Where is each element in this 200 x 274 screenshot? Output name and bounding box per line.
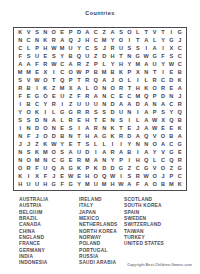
grid-cell: R xyxy=(117,85,125,93)
grid-cell: P xyxy=(66,77,74,85)
grid-cell: W xyxy=(142,53,150,61)
grid-cell: K xyxy=(16,29,24,37)
grid-cell: U xyxy=(117,109,125,117)
grid-cell: C xyxy=(176,173,184,181)
grid-cell: J xyxy=(134,125,142,133)
grid-cell: U xyxy=(150,61,158,69)
grid-cell: B xyxy=(24,85,32,93)
grid-cell: R xyxy=(75,109,83,117)
grid-cell: F xyxy=(33,61,41,69)
grid-cell: G xyxy=(66,165,74,173)
grid-cell: J xyxy=(16,141,24,149)
grid-cell: T xyxy=(150,69,158,77)
grid-cell: I xyxy=(159,69,167,77)
grid-cell: X xyxy=(167,45,175,53)
grid-cell: I xyxy=(50,69,58,77)
grid-cell: Y xyxy=(58,53,66,61)
grid-cell: T xyxy=(117,125,125,133)
grid-cell: O xyxy=(50,149,58,157)
grid-cell: F xyxy=(16,53,24,61)
grid-cell: Q xyxy=(58,77,66,85)
letter-grid: KVSNOEPDACZASOLTVTIGNCNKRAQJHCMYOITALYGJ… xyxy=(14,28,186,190)
grid-cell: L xyxy=(134,117,142,125)
grid-cell: D xyxy=(100,165,108,173)
grid-cell: I xyxy=(125,37,133,45)
grid-cell: N xyxy=(150,101,158,109)
grid-cell: W xyxy=(150,125,158,133)
grid-cell: I xyxy=(41,109,49,117)
grid-cell: U xyxy=(83,53,91,61)
grid-cell: R xyxy=(83,109,91,117)
grid-cell: F xyxy=(75,93,83,101)
grid-cell: O xyxy=(41,77,49,85)
grid-cell: A xyxy=(176,85,184,93)
grid-cell: C xyxy=(125,93,133,101)
grid-cell: L xyxy=(24,45,32,53)
grid-cell: M xyxy=(58,45,66,53)
grid-cell: T xyxy=(134,37,142,45)
grid-cell: O xyxy=(41,125,49,133)
grid-cell: G xyxy=(142,165,150,173)
grid-cell: E xyxy=(50,93,58,101)
grid-cell: C xyxy=(134,165,142,173)
grid-cell: P xyxy=(83,69,91,77)
grid-cell: K xyxy=(41,37,49,45)
grid-cell: I xyxy=(125,157,133,165)
grid-cell: W xyxy=(142,173,150,181)
grid-cell: T xyxy=(142,29,150,37)
grid-cell: A xyxy=(142,61,150,69)
grid-cell: M xyxy=(134,93,142,101)
grid-cell: H xyxy=(108,53,116,61)
grid-cell: E xyxy=(117,93,125,101)
grid-cell: G xyxy=(100,133,108,141)
word-list-column-2: IRELANDITALYJAPANMEXICONETHERLANDSNORTH … xyxy=(79,197,117,267)
grid-cell: M xyxy=(58,85,66,93)
grid-cell: J xyxy=(108,77,116,85)
grid-cell: T xyxy=(75,133,83,141)
grid-cell: C xyxy=(159,77,167,85)
grid-cell: Z xyxy=(66,93,74,101)
grid-cell: S xyxy=(117,117,125,125)
grid-cell: C xyxy=(108,93,116,101)
grid-cell: R xyxy=(41,61,49,69)
grid-cell: V xyxy=(24,77,32,85)
grid-cell: O xyxy=(41,133,49,141)
grid-cell: A xyxy=(108,29,116,37)
grid-cell: E xyxy=(66,157,74,165)
grid-cell: M xyxy=(83,157,91,165)
grid-cell: U xyxy=(33,53,41,61)
grid-cell: B xyxy=(58,133,66,141)
grid-cell: A xyxy=(66,61,74,69)
grid-cell: S xyxy=(24,53,32,61)
grid-cell: U xyxy=(92,101,100,109)
grid-cell: K xyxy=(41,85,49,93)
grid-cell: A xyxy=(142,109,150,117)
grid-cell: N xyxy=(100,125,108,133)
grid-cell: R xyxy=(134,173,142,181)
grid-cell: H xyxy=(83,117,91,125)
grid-cell: Y xyxy=(125,61,133,69)
grid-cell: G xyxy=(66,181,74,189)
grid-cell: A xyxy=(142,117,150,125)
grid-cell: Q xyxy=(142,93,150,101)
grid-cell: Y xyxy=(108,61,116,69)
grid-cell: E xyxy=(159,125,167,133)
grid-cell: F xyxy=(134,181,142,189)
grid-cell: N xyxy=(167,93,175,101)
grid-cell: P xyxy=(92,61,100,69)
grid-cell: R xyxy=(92,125,100,133)
grid-cell: M xyxy=(41,149,49,157)
grid-cell: N xyxy=(16,37,24,45)
grid-cell: Q xyxy=(66,37,74,45)
grid-cell: W xyxy=(108,173,116,181)
grid-cell: G xyxy=(58,157,66,165)
grid-cell: J xyxy=(176,93,184,101)
grid-cell: D xyxy=(159,93,167,101)
grid-cell: E xyxy=(58,29,66,37)
grid-cell: A xyxy=(142,149,150,157)
grid-cell: Z xyxy=(125,165,133,173)
grid-cell: O xyxy=(92,85,100,93)
grid-cell: I xyxy=(75,125,83,133)
grid-cell: C xyxy=(33,101,41,109)
grid-cell: S xyxy=(125,45,133,53)
grid-cell: O xyxy=(24,157,32,165)
grid-cell: I xyxy=(108,141,116,149)
grid-cell: P xyxy=(117,157,125,165)
grid-cell: K xyxy=(75,165,83,173)
grid-cell: Q xyxy=(142,133,150,141)
grid-cell: M xyxy=(167,181,175,189)
grid-cell: A xyxy=(58,37,66,45)
grid-cell: H xyxy=(134,85,142,93)
grid-cell: D xyxy=(108,101,116,109)
grid-cell: D xyxy=(33,125,41,133)
grid-cell: R xyxy=(75,157,83,165)
grid-cell: D xyxy=(83,149,91,157)
grid-cell: N xyxy=(100,93,108,101)
grid-cell: B xyxy=(159,181,167,189)
grid-cell: G xyxy=(176,165,184,173)
grid-cell: H xyxy=(83,133,91,141)
grid-cell: A xyxy=(125,101,133,109)
grid-cell: A xyxy=(117,149,125,157)
grid-cell: P xyxy=(167,173,175,181)
grid-cell: Y xyxy=(108,157,116,165)
grid-cell: B xyxy=(167,133,175,141)
grid-cell: S xyxy=(16,117,24,125)
grid-cell: L xyxy=(100,61,108,69)
grid-cell: E xyxy=(58,173,66,181)
grid-cell: W xyxy=(33,77,41,85)
grid-cell: M xyxy=(33,157,41,165)
grid-cell: W xyxy=(66,173,74,181)
grid-cell: Q xyxy=(75,53,83,61)
grid-cell: N xyxy=(100,157,108,165)
grid-cell: E xyxy=(41,53,49,61)
grid-cell: S xyxy=(92,45,100,53)
grid-cell: I xyxy=(167,29,175,37)
grid-cell: V xyxy=(150,133,158,141)
grid-cell: S xyxy=(33,29,41,37)
grid-cell: O xyxy=(150,141,158,149)
grid-cell: N xyxy=(125,109,133,117)
grid-cell: N xyxy=(100,85,108,93)
grid-cell: S xyxy=(92,109,100,117)
grid-cell: W xyxy=(50,61,58,69)
copyright-text: Copyright Best-Children-Games.com xyxy=(127,263,192,267)
grid-cell: N xyxy=(16,157,24,165)
grid-cell: F xyxy=(33,165,41,173)
grid-cell: S xyxy=(100,109,108,117)
grid-cell: R xyxy=(50,101,58,109)
grid-cell: Y xyxy=(159,37,167,45)
grid-cell: B xyxy=(176,69,184,77)
grid-cell: R xyxy=(108,149,116,157)
grid-cell: F xyxy=(16,93,24,101)
grid-cell: R xyxy=(83,93,91,101)
grid-cell: N xyxy=(50,125,58,133)
grid-cell: U xyxy=(92,181,100,189)
grid-cell: C xyxy=(58,69,66,77)
grid-cell: N xyxy=(16,133,24,141)
grid-cell: L xyxy=(150,157,158,165)
grid-cell: M xyxy=(24,69,32,77)
grid-cell: F xyxy=(41,173,49,181)
grid-cell: T xyxy=(50,77,58,85)
grid-cell: X xyxy=(159,117,167,125)
grid-cell: C xyxy=(176,61,184,69)
grid-cell: J xyxy=(50,173,58,181)
grid-cell: I xyxy=(117,141,125,149)
grid-cell: M xyxy=(16,69,24,77)
grid-cell: L xyxy=(58,117,66,125)
grid-cell: W xyxy=(50,45,58,53)
grid-cell: I xyxy=(134,77,142,85)
grid-cell: R xyxy=(108,45,116,53)
grid-cell: R xyxy=(150,77,158,85)
grid-cell: I xyxy=(117,173,125,181)
grid-cell: C xyxy=(167,141,175,149)
grid-cell: K xyxy=(33,149,41,157)
grid-cell: J xyxy=(24,141,32,149)
grid-cell: G xyxy=(58,109,66,117)
grid-cell: Z xyxy=(92,53,100,61)
grid-cell: I xyxy=(125,117,133,125)
grid-cell: O xyxy=(66,69,74,77)
grid-cell: A xyxy=(24,61,32,69)
grid-cell: A xyxy=(92,133,100,141)
grid-cell: E xyxy=(100,117,108,125)
grid-cell: V xyxy=(159,149,167,157)
grid-cell: G xyxy=(66,109,74,117)
grid-cell: Y xyxy=(75,181,83,189)
word-list-column-1: AUSTRALIAAUSTRIABELGIUMBRAZILCANADACHINA… xyxy=(19,197,49,267)
grid-cell: B xyxy=(176,117,184,125)
grid-cell: A xyxy=(83,125,91,133)
grid-cell: W xyxy=(150,117,158,125)
grid-cell: E xyxy=(66,141,74,149)
grid-cell: R xyxy=(16,85,24,93)
grid-cell: Z xyxy=(33,141,41,149)
grid-cell: E xyxy=(33,69,41,77)
word-list-item: INDONESIA xyxy=(19,260,49,266)
grid-cell: S xyxy=(24,149,32,157)
grid-cell: X xyxy=(134,69,142,77)
grid-cell: M xyxy=(100,69,108,77)
grid-cell: K xyxy=(142,85,150,93)
grid-cell: D xyxy=(50,133,58,141)
grid-cell: G xyxy=(150,53,158,61)
grid-cell: Y xyxy=(125,141,133,149)
grid-cell: D xyxy=(134,101,142,109)
grid-cell: J xyxy=(176,37,184,45)
grid-cell: X xyxy=(33,173,41,181)
word-search-grid-border: KVSNOEPDACZASOLTVTIGNCNKRAQJHCMYOITALYGJ… xyxy=(13,27,187,191)
grid-cell: N xyxy=(108,117,116,125)
grid-cell: J xyxy=(100,45,108,53)
word-list-item: SOUTH KOREA xyxy=(124,203,164,209)
grid-cell: X xyxy=(41,69,49,77)
grid-cell: A xyxy=(83,29,91,37)
grid-cell: R xyxy=(24,165,32,173)
grid-cell: A xyxy=(92,157,100,165)
grid-cell: C xyxy=(176,45,184,53)
grid-cell: K xyxy=(108,125,116,133)
grid-cell: T xyxy=(75,141,83,149)
grid-cell: I xyxy=(134,109,142,117)
grid-cell: C xyxy=(50,157,58,165)
grid-cell: M xyxy=(83,181,91,189)
grid-cell: H xyxy=(117,61,125,69)
grid-cell: C xyxy=(24,37,32,45)
grid-cell: B xyxy=(108,69,116,77)
grid-cell: D xyxy=(108,165,116,173)
grid-cell: V xyxy=(24,29,32,37)
grid-cell: O xyxy=(150,85,158,93)
grid-cell: Y xyxy=(75,45,83,53)
grid-cell: C xyxy=(167,101,175,109)
grid-cell: I xyxy=(142,45,150,53)
grid-cell: A xyxy=(75,85,83,93)
grid-cell: V xyxy=(150,29,158,37)
grid-cell: H xyxy=(41,45,49,53)
grid-cell: A xyxy=(134,133,142,141)
word-list-item: SAUDI ARABIA xyxy=(79,260,117,266)
puzzle-title: Countries xyxy=(0,10,200,16)
grid-cell: S xyxy=(117,29,125,37)
grid-cell: U xyxy=(66,45,74,53)
grid-cell: W xyxy=(50,141,58,149)
grid-cell: S xyxy=(66,125,74,133)
grid-cell: P xyxy=(150,109,158,117)
grid-cell: A xyxy=(142,125,150,133)
grid-cell: E xyxy=(167,85,175,93)
grid-cell: K xyxy=(117,69,125,77)
grid-cell: L xyxy=(92,141,100,149)
grid-cell: A xyxy=(142,101,150,109)
grid-cell: E xyxy=(125,125,133,133)
grid-cell: S xyxy=(58,149,66,157)
grid-cell: P xyxy=(150,93,158,101)
grid-cell: Q xyxy=(142,157,150,165)
grid-cell: E xyxy=(24,93,32,101)
grid-cell: B xyxy=(24,101,32,109)
grid-cell: G xyxy=(167,149,175,157)
grid-cell: E xyxy=(75,117,83,125)
grid-cell: Z xyxy=(83,61,91,69)
grid-cell: P xyxy=(83,165,91,173)
grid-cell: N xyxy=(33,37,41,45)
grid-cell: H xyxy=(41,181,49,189)
grid-cell: U xyxy=(117,45,125,53)
grid-cell: W xyxy=(117,181,125,189)
grid-cell: R xyxy=(50,37,58,45)
grid-cell: Y xyxy=(58,141,66,149)
grid-cell: B xyxy=(66,53,74,61)
grid-cell: P xyxy=(33,45,41,53)
grid-cell: J xyxy=(159,173,167,181)
grid-cell: O xyxy=(108,85,116,93)
grid-cell: P xyxy=(66,29,74,37)
grid-cell: K xyxy=(176,77,184,85)
grid-cell: Z xyxy=(50,85,58,93)
grid-cell: G xyxy=(176,141,184,149)
grid-cell: R xyxy=(83,77,91,85)
grid-cell: G xyxy=(33,93,41,101)
grid-cell: D xyxy=(125,133,133,141)
grid-cell: T xyxy=(159,29,167,37)
grid-cell: K xyxy=(92,165,100,173)
grid-cell: A xyxy=(150,45,158,53)
grid-cell: Z xyxy=(100,29,108,37)
word-list-item: NETHERLANDS xyxy=(79,222,117,228)
grid-cell: I xyxy=(159,45,167,53)
grid-cell: O xyxy=(125,29,133,37)
grid-cell: Y xyxy=(167,109,175,117)
grid-cell: N xyxy=(66,133,74,141)
grid-cell: Q xyxy=(167,157,175,165)
grid-cell: O xyxy=(159,133,167,141)
grid-cell: O xyxy=(16,165,24,173)
grid-cell: Y xyxy=(16,109,24,117)
grid-cell: G xyxy=(50,181,58,189)
grid-cell: E xyxy=(167,69,175,77)
grid-cell: S xyxy=(159,109,167,117)
grid-cell: A xyxy=(117,101,125,109)
grid-cell: S xyxy=(24,117,32,125)
grid-cell: H xyxy=(108,181,116,189)
grid-cell: Q xyxy=(92,77,100,85)
grid-cell: T xyxy=(117,53,125,61)
word-list: AUSTRALIAAUSTRIABELGIUMBRAZILCANADACHINA… xyxy=(0,197,200,263)
grid-cell: I xyxy=(58,101,66,109)
grid-cell: N xyxy=(24,125,32,133)
grid-cell: N xyxy=(125,53,133,61)
grid-cell: O xyxy=(150,173,158,181)
grid-cell: B xyxy=(92,69,100,77)
grid-cell: I xyxy=(16,101,24,109)
grid-cell: H xyxy=(83,37,91,45)
grid-cell: O xyxy=(41,93,49,101)
grid-cell: E xyxy=(75,173,83,181)
grid-cell: R xyxy=(176,101,184,109)
grid-cell: S xyxy=(167,53,175,61)
grid-cell: G xyxy=(167,37,175,45)
